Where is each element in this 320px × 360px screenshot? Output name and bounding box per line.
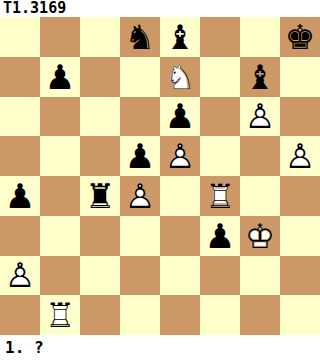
white-pawn-a2-icon[interactable]: ♟♙ — [0, 256, 40, 296]
square-h3[interactable] — [280, 216, 320, 256]
white-pawn-h5-icon[interactable]: ♟♙ — [280, 136, 320, 176]
square-h6[interactable] — [280, 97, 320, 137]
black-king-h8-icon[interactable]: ♚ — [280, 17, 320, 57]
square-d8[interactable]: ♞ — [120, 17, 160, 57]
white-pawn-d4-icon[interactable]: ♟♙ — [120, 176, 160, 216]
square-b6[interactable] — [40, 97, 80, 137]
square-f5[interactable] — [200, 136, 240, 176]
black-knight-d8-icon[interactable]: ♞ — [120, 17, 160, 57]
square-e3[interactable] — [160, 216, 200, 256]
square-c7[interactable] — [80, 57, 120, 97]
white-piece-outline: ♘ — [160, 57, 200, 97]
square-f7[interactable] — [200, 57, 240, 97]
black-piece-glyph: ♝ — [240, 57, 280, 97]
white-piece-outline: ♖ — [200, 176, 240, 216]
black-bishop-e8-icon[interactable]: ♝ — [160, 17, 200, 57]
black-rook-c4-icon[interactable]: ♜ — [80, 176, 120, 216]
square-h1[interactable] — [280, 295, 320, 335]
square-g6[interactable]: ♟♙ — [240, 97, 280, 137]
black-piece-glyph: ♟ — [200, 216, 240, 256]
square-a1[interactable] — [0, 295, 40, 335]
white-piece-outline: ♔ — [240, 216, 280, 256]
square-d4[interactable]: ♟♙ — [120, 176, 160, 216]
square-c8[interactable] — [80, 17, 120, 57]
square-d2[interactable] — [120, 256, 160, 296]
square-e6[interactable]: ♟ — [160, 97, 200, 137]
square-a4[interactable]: ♟ — [0, 176, 40, 216]
black-bishop-g7-icon[interactable]: ♝ — [240, 57, 280, 97]
square-d7[interactable] — [120, 57, 160, 97]
square-a3[interactable] — [0, 216, 40, 256]
square-e2[interactable] — [160, 256, 200, 296]
white-rook-b1-icon[interactable]: ♜♖ — [40, 295, 80, 335]
white-piece-outline: ♙ — [0, 256, 40, 296]
square-c1[interactable] — [80, 295, 120, 335]
square-a2[interactable]: ♟♙ — [0, 256, 40, 296]
square-g2[interactable] — [240, 256, 280, 296]
square-f8[interactable] — [200, 17, 240, 57]
square-f2[interactable] — [200, 256, 240, 296]
square-d3[interactable] — [120, 216, 160, 256]
square-h8[interactable]: ♚ — [280, 17, 320, 57]
square-f6[interactable] — [200, 97, 240, 137]
black-piece-glyph: ♟ — [0, 176, 40, 216]
square-g7[interactable]: ♝ — [240, 57, 280, 97]
square-e5[interactable]: ♟♙ — [160, 136, 200, 176]
square-a7[interactable] — [0, 57, 40, 97]
black-pawn-f3-icon[interactable]: ♟ — [200, 216, 240, 256]
white-rook-f4-icon[interactable]: ♜♖ — [200, 176, 240, 216]
square-b4[interactable] — [40, 176, 80, 216]
square-b7[interactable]: ♟ — [40, 57, 80, 97]
square-g4[interactable] — [240, 176, 280, 216]
square-a8[interactable] — [0, 17, 40, 57]
square-b3[interactable] — [40, 216, 80, 256]
square-g1[interactable] — [240, 295, 280, 335]
black-pawn-b7-icon[interactable]: ♟ — [40, 57, 80, 97]
black-pawn-e6-icon[interactable]: ♟ — [160, 97, 200, 137]
square-c6[interactable] — [80, 97, 120, 137]
white-piece-outline: ♖ — [40, 295, 80, 335]
black-pawn-a4-icon[interactable]: ♟ — [0, 176, 40, 216]
header: T1.3169 — [0, 0, 320, 17]
square-h5[interactable]: ♟♙ — [280, 136, 320, 176]
square-e7[interactable]: ♞♘ — [160, 57, 200, 97]
footer: 1. ? — [0, 335, 320, 360]
square-c3[interactable] — [80, 216, 120, 256]
white-piece-outline: ♙ — [160, 136, 200, 176]
black-piece-glyph: ♟ — [160, 97, 200, 137]
square-h2[interactable] — [280, 256, 320, 296]
square-d1[interactable] — [120, 295, 160, 335]
square-e4[interactable] — [160, 176, 200, 216]
black-piece-glyph: ♜ — [80, 176, 120, 216]
square-c2[interactable] — [80, 256, 120, 296]
black-pawn-d5-icon[interactable]: ♟ — [120, 136, 160, 176]
square-e8[interactable]: ♝ — [160, 17, 200, 57]
square-a5[interactable] — [0, 136, 40, 176]
white-pawn-e5-icon[interactable]: ♟♙ — [160, 136, 200, 176]
black-piece-glyph: ♚ — [280, 17, 320, 57]
square-f1[interactable] — [200, 295, 240, 335]
square-g3[interactable]: ♚♔ — [240, 216, 280, 256]
square-a6[interactable] — [0, 97, 40, 137]
square-d5[interactable]: ♟ — [120, 136, 160, 176]
square-h7[interactable] — [280, 57, 320, 97]
square-b2[interactable] — [40, 256, 80, 296]
square-c5[interactable] — [80, 136, 120, 176]
white-pawn-g6-icon[interactable]: ♟♙ — [240, 97, 280, 137]
move-prompt: 1. ? — [5, 340, 44, 356]
square-f3[interactable]: ♟ — [200, 216, 240, 256]
square-d6[interactable] — [120, 97, 160, 137]
white-piece-outline: ♙ — [120, 176, 160, 216]
square-b8[interactable] — [40, 17, 80, 57]
black-piece-glyph: ♝ — [160, 17, 200, 57]
square-h4[interactable] — [280, 176, 320, 216]
white-piece-outline: ♙ — [240, 97, 280, 137]
square-f4[interactable]: ♜♖ — [200, 176, 240, 216]
square-g8[interactable] — [240, 17, 280, 57]
puzzle-title: T1.3169 — [3, 1, 66, 16]
chess-board: ♞♝♚♟♞♘♝♟♟♙♟♟♙♟♙♟♜♟♙♜♖♟♚♔♟♙♜♖ — [0, 17, 320, 335]
square-b5[interactable] — [40, 136, 80, 176]
white-king-g3-icon[interactable]: ♚♔ — [240, 216, 280, 256]
black-piece-glyph: ♟ — [40, 57, 80, 97]
white-knight-e7-icon[interactable]: ♞♘ — [160, 57, 200, 97]
square-b1[interactable]: ♜♖ — [40, 295, 80, 335]
square-e1[interactable] — [160, 295, 200, 335]
black-piece-glyph: ♞ — [120, 17, 160, 57]
black-piece-glyph: ♟ — [120, 136, 160, 176]
square-c4[interactable]: ♜ — [80, 176, 120, 216]
white-piece-outline: ♙ — [280, 136, 320, 176]
square-g5[interactable] — [240, 136, 280, 176]
